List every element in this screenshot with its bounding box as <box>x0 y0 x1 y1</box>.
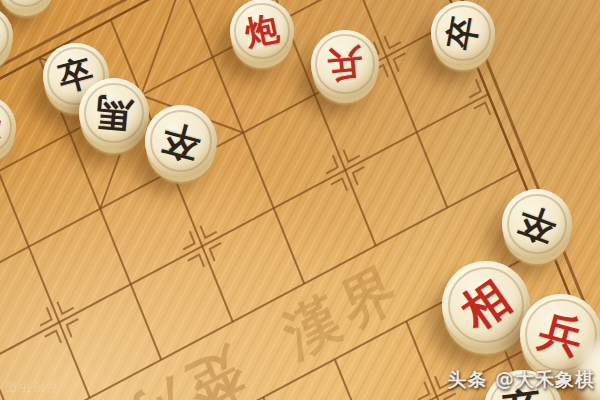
piece-character: 卒 <box>426 0 500 70</box>
piece-black-soldier-3[interactable]: 卒 <box>145 105 217 177</box>
piece-character: 馬 <box>76 75 152 151</box>
piece-character: 兵 <box>308 27 382 101</box>
piece-red-cannon[interactable]: 炮 <box>230 0 294 63</box>
piece-black-soldier-1[interactable]: 卒 <box>431 1 495 65</box>
svg-text:漢界: 漢界 <box>274 250 412 371</box>
piece-black-partial-left-edge[interactable]: 卒 <box>0 6 13 66</box>
piece-red-elephant[interactable]: 相 <box>442 261 530 349</box>
piece-black-horse[interactable]: 馬 <box>79 78 149 148</box>
piece-red-soldier-1[interactable]: 兵 <box>311 30 379 98</box>
xiangqi-photo-stage: 楚河漢界 卒炮卒卒兵卒馬兵卒卒相兵卒 图虫创意 头条 @大禾象棋 <box>0 0 600 400</box>
channel-watermark: 头条 @大禾象棋 <box>447 367 595 393</box>
piece-black-soldier-4[interactable]: 卒 <box>502 189 572 259</box>
stock-watermark: 图虫创意 <box>5 379 61 396</box>
